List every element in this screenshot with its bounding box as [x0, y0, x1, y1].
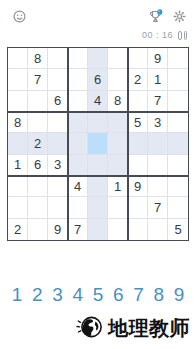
- numpad-4[interactable]: 4: [69, 284, 87, 306]
- cell-r1c5[interactable]: [88, 48, 108, 69]
- cell-r7c4[interactable]: 4: [68, 176, 88, 197]
- timer: 00 : 16: [142, 30, 173, 40]
- cell-r1c2[interactable]: 8: [28, 48, 48, 69]
- cell-r7c8[interactable]: [148, 176, 168, 197]
- cell-r2c6[interactable]: [108, 69, 128, 90]
- pause-button[interactable]: [178, 31, 187, 40]
- cell-r7c5[interactable]: [88, 176, 108, 197]
- cell-r9c9[interactable]: 5: [168, 219, 188, 240]
- numpad-2[interactable]: 2: [28, 284, 46, 306]
- cell-r1c9[interactable]: [168, 48, 188, 69]
- cell-r8c9[interactable]: [168, 197, 188, 218]
- cell-r8c6[interactable]: [108, 197, 128, 218]
- cell-r4c2[interactable]: [28, 112, 48, 133]
- cell-r5c5[interactable]: [88, 133, 108, 154]
- numpad-7[interactable]: 7: [130, 284, 148, 306]
- cell-r6c6[interactable]: [108, 155, 128, 176]
- cell-r5c1[interactable]: [8, 133, 28, 154]
- cell-r8c7[interactable]: [128, 197, 148, 218]
- cell-r4c3[interactable]: [48, 112, 68, 133]
- cell-r7c6[interactable]: 1: [108, 176, 128, 197]
- sudoku-board: 8976216487853216341972975: [7, 47, 189, 241]
- cell-r4c4[interactable]: [68, 112, 88, 133]
- cell-r8c4[interactable]: [68, 197, 88, 218]
- cell-r3c6[interactable]: 8: [108, 91, 128, 112]
- cell-r9c6[interactable]: [108, 219, 128, 240]
- cell-r9c1[interactable]: 2: [8, 219, 28, 240]
- cell-r4c7[interactable]: 5: [128, 112, 148, 133]
- cell-r3c7[interactable]: [128, 91, 148, 112]
- cell-r9c2[interactable]: [28, 219, 48, 240]
- cell-r5c2[interactable]: 2: [28, 133, 48, 154]
- cell-r4c6[interactable]: [108, 112, 128, 133]
- cell-r1c7[interactable]: [128, 48, 148, 69]
- cell-r5c3[interactable]: [48, 133, 68, 154]
- numpad-3[interactable]: 3: [49, 284, 67, 306]
- top-bar: [0, 0, 196, 26]
- cell-r3c9[interactable]: [168, 91, 188, 112]
- numpad-9[interactable]: 9: [170, 284, 188, 306]
- timer-row: 00 : 16: [0, 27, 196, 43]
- cell-r1c4[interactable]: [68, 48, 88, 69]
- cell-r6c3[interactable]: 3: [48, 155, 68, 176]
- banner-text: 地理教师: [108, 315, 190, 342]
- cell-r5c9[interactable]: [168, 133, 188, 154]
- cell-r8c8[interactable]: 7: [148, 197, 168, 218]
- cell-r6c4[interactable]: [68, 155, 88, 176]
- cell-r7c3[interactable]: [48, 176, 68, 197]
- gear-icon[interactable]: [173, 10, 186, 23]
- cell-r2c8[interactable]: 1: [148, 69, 168, 90]
- cell-r9c3[interactable]: 9: [48, 219, 68, 240]
- cell-r6c1[interactable]: 1: [8, 155, 28, 176]
- cell-r4c1[interactable]: 8: [8, 112, 28, 133]
- cell-r7c1[interactable]: [8, 176, 28, 197]
- cell-r4c8[interactable]: 3: [148, 112, 168, 133]
- cell-r2c9[interactable]: [168, 69, 188, 90]
- ad-banner[interactable]: 地理教师: [0, 308, 196, 349]
- cell-r6c2[interactable]: 6: [28, 155, 48, 176]
- numpad-1[interactable]: 1: [8, 284, 26, 306]
- cell-r1c6[interactable]: [108, 48, 128, 69]
- cell-r3c8[interactable]: 7: [148, 91, 168, 112]
- smiley-icon[interactable]: [13, 10, 26, 23]
- cell-r4c5[interactable]: [88, 112, 108, 133]
- cell-r1c8[interactable]: 9: [148, 48, 168, 69]
- numpad-8[interactable]: 8: [150, 284, 168, 306]
- cell-r5c7[interactable]: [128, 133, 148, 154]
- cell-r6c5[interactable]: [88, 155, 108, 176]
- globe-logo-icon: [75, 312, 105, 346]
- cell-r1c3[interactable]: [48, 48, 68, 69]
- cell-r8c3[interactable]: [48, 197, 68, 218]
- trophy-icon[interactable]: [148, 9, 164, 24]
- cell-r5c8[interactable]: [148, 133, 168, 154]
- cell-r7c9[interactable]: [168, 176, 188, 197]
- cell-r6c9[interactable]: [168, 155, 188, 176]
- cell-r3c1[interactable]: [8, 91, 28, 112]
- cell-r2c1[interactable]: [8, 69, 28, 90]
- cell-r3c3[interactable]: 6: [48, 91, 68, 112]
- cell-r2c4[interactable]: [68, 69, 88, 90]
- sudoku-grid: 8976216487853216341972975: [8, 48, 188, 240]
- numpad-5[interactable]: 5: [89, 284, 107, 306]
- cell-r9c7[interactable]: [128, 219, 148, 240]
- cell-r9c4[interactable]: 7: [68, 219, 88, 240]
- numpad-6[interactable]: 6: [109, 284, 127, 306]
- cell-r9c8[interactable]: [148, 219, 168, 240]
- cell-r8c2[interactable]: [28, 197, 48, 218]
- cell-r2c2[interactable]: 7: [28, 69, 48, 90]
- cell-r9c5[interactable]: [88, 219, 108, 240]
- cell-r3c4[interactable]: [68, 91, 88, 112]
- cell-r5c4[interactable]: [68, 133, 88, 154]
- cell-r3c2[interactable]: [28, 91, 48, 112]
- cell-r8c1[interactable]: [8, 197, 28, 218]
- cell-r2c3[interactable]: [48, 69, 68, 90]
- cell-r6c7[interactable]: [128, 155, 148, 176]
- cell-r2c7[interactable]: 2: [128, 69, 148, 90]
- cell-r7c2[interactable]: [28, 176, 48, 197]
- cell-r2c5[interactable]: 6: [88, 69, 108, 90]
- cell-r5c6[interactable]: [108, 133, 128, 154]
- cell-r1c1[interactable]: [8, 48, 28, 69]
- cell-r6c8[interactable]: [148, 155, 168, 176]
- cell-r4c9[interactable]: [168, 112, 188, 133]
- cell-r8c5[interactable]: [88, 197, 108, 218]
- number-pad: 123456789: [8, 283, 188, 307]
- cell-r3c5[interactable]: 4: [88, 91, 108, 112]
- cell-r7c7[interactable]: 9: [128, 176, 148, 197]
